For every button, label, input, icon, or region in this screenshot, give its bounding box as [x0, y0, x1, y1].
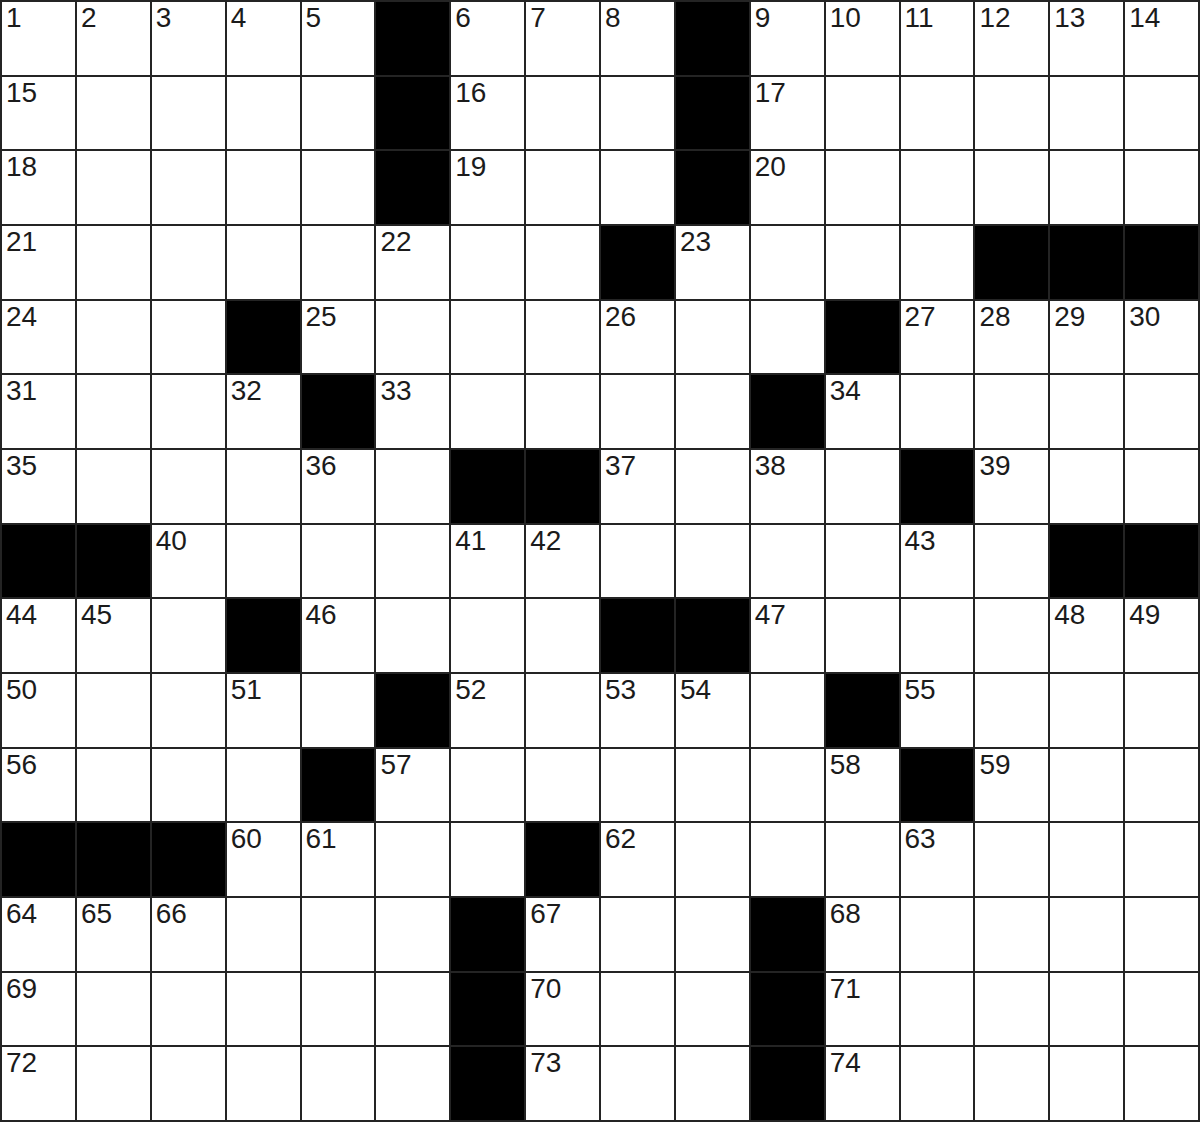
cell-r3c13[interactable]	[901, 151, 974, 224]
cell-r10c15[interactable]	[1050, 674, 1123, 747]
block-cell-r13c11	[751, 898, 824, 971]
clue-number-65: 65	[81, 898, 112, 929]
cell-r9c8[interactable]	[526, 599, 599, 672]
clue-number-28: 28	[979, 301, 1010, 332]
cell-r5c1[interactable]: 24	[2, 301, 75, 374]
cell-r15c9[interactable]	[601, 1047, 674, 1120]
cell-r8c13[interactable]: 43	[901, 525, 974, 598]
cell-r14c1[interactable]: 69	[2, 973, 75, 1046]
cell-r5c16[interactable]: 30	[1125, 301, 1198, 374]
cell-r10c9[interactable]: 53	[601, 674, 674, 747]
clue-number-55: 55	[905, 674, 936, 705]
cell-r14c13[interactable]	[901, 973, 974, 1046]
clue-number-3: 3	[156, 2, 172, 33]
cell-r1c16[interactable]: 14	[1125, 2, 1198, 75]
clue-number-37: 37	[605, 450, 636, 481]
cell-r4c10[interactable]: 23	[676, 226, 749, 299]
block-cell-r7c8	[526, 450, 599, 523]
cell-r13c16[interactable]	[1125, 898, 1198, 971]
cell-r5c13[interactable]: 27	[901, 301, 974, 374]
clue-number-52: 52	[455, 674, 486, 705]
cell-r8c4[interactable]	[227, 525, 300, 598]
clue-number-15: 15	[6, 77, 37, 108]
cell-r13c15[interactable]	[1050, 898, 1123, 971]
clue-number-69: 69	[6, 973, 37, 1004]
clue-number-27: 27	[905, 301, 936, 332]
cell-r6c14[interactable]	[975, 375, 1048, 448]
clue-number-30: 30	[1129, 301, 1160, 332]
clue-number-31: 31	[6, 375, 37, 406]
cell-r13c5[interactable]	[302, 898, 375, 971]
cell-r3c15[interactable]	[1050, 151, 1123, 224]
clue-number-56: 56	[6, 749, 37, 780]
cell-r4c3[interactable]	[152, 226, 225, 299]
cell-r5c10[interactable]	[676, 301, 749, 374]
block-cell-r15c7	[451, 1047, 524, 1120]
cell-r3c9[interactable]	[601, 151, 674, 224]
cell-r14c10[interactable]	[676, 973, 749, 1046]
clue-number-38: 38	[755, 450, 786, 481]
cell-r1c7[interactable]: 6	[451, 2, 524, 75]
cell-r15c5[interactable]	[302, 1047, 375, 1120]
cell-r10c7[interactable]: 52	[451, 674, 524, 747]
cell-r11c15[interactable]	[1050, 749, 1123, 822]
block-cell-r2c10	[676, 77, 749, 150]
cell-r15c13[interactable]	[901, 1047, 974, 1120]
cell-r14c14[interactable]	[975, 973, 1048, 1046]
block-cell-r5c4	[227, 301, 300, 374]
block-cell-r8c2	[77, 525, 150, 598]
block-cell-r13c7	[451, 898, 524, 971]
cell-r1c8[interactable]: 7	[526, 2, 599, 75]
clue-number-58: 58	[830, 749, 861, 780]
cell-r1c11[interactable]: 9	[751, 2, 824, 75]
cell-r9c1[interactable]: 44	[2, 599, 75, 672]
clue-number-60: 60	[231, 823, 262, 854]
cell-r8c9[interactable]	[601, 525, 674, 598]
block-cell-r7c13	[901, 450, 974, 523]
cell-r13c10[interactable]	[676, 898, 749, 971]
cell-r12c14[interactable]	[975, 823, 1048, 896]
cell-r8c3[interactable]: 40	[152, 525, 225, 598]
cell-r4c8[interactable]	[526, 226, 599, 299]
cell-r2c14[interactable]	[975, 77, 1048, 150]
cell-r2c11[interactable]: 17	[751, 77, 824, 150]
cell-r3c5[interactable]	[302, 151, 375, 224]
cell-r8c7[interactable]: 41	[451, 525, 524, 598]
cell-r7c15[interactable]	[1050, 450, 1123, 523]
clue-number-35: 35	[6, 450, 37, 481]
cell-r15c3[interactable]	[152, 1047, 225, 1120]
cell-r12c13[interactable]: 63	[901, 823, 974, 896]
block-cell-r10c6	[376, 674, 449, 747]
cell-r14c5[interactable]	[302, 973, 375, 1046]
clue-number-7: 7	[530, 2, 546, 33]
clue-number-33: 33	[380, 375, 411, 406]
block-cell-r12c1	[2, 823, 75, 896]
cell-r13c1[interactable]: 64	[2, 898, 75, 971]
block-cell-r9c10	[676, 599, 749, 672]
cell-r4c5[interactable]	[302, 226, 375, 299]
cell-r6c8[interactable]	[526, 375, 599, 448]
cell-r2c2[interactable]	[77, 77, 150, 150]
cell-r1c14[interactable]: 12	[975, 2, 1048, 75]
clue-number-19: 19	[455, 151, 486, 182]
cell-r8c8[interactable]: 42	[526, 525, 599, 598]
clue-number-73: 73	[530, 1047, 561, 1078]
clue-number-17: 17	[755, 77, 786, 108]
cell-r15c4[interactable]	[227, 1047, 300, 1120]
cell-r5c8[interactable]	[526, 301, 599, 374]
cell-r14c12[interactable]: 71	[826, 973, 899, 1046]
cell-r2c4[interactable]	[227, 77, 300, 150]
cell-r8c5[interactable]	[302, 525, 375, 598]
cell-r8c12[interactable]	[826, 525, 899, 598]
cell-r13c13[interactable]	[901, 898, 974, 971]
cell-r1c4[interactable]: 4	[227, 2, 300, 75]
clue-number-43: 43	[905, 525, 936, 556]
clue-number-70: 70	[530, 973, 561, 1004]
cell-r6c10[interactable]	[676, 375, 749, 448]
cell-r7c4[interactable]	[227, 450, 300, 523]
cell-r1c3[interactable]: 3	[152, 2, 225, 75]
cell-r6c12[interactable]: 34	[826, 375, 899, 448]
cell-r2c9[interactable]	[601, 77, 674, 150]
cell-r11c16[interactable]	[1125, 749, 1198, 822]
cell-r11c9[interactable]	[601, 749, 674, 822]
cell-r14c9[interactable]	[601, 973, 674, 1046]
clue-number-57: 57	[380, 749, 411, 780]
cell-r2c16[interactable]	[1125, 77, 1198, 150]
cell-r12c15[interactable]	[1050, 823, 1123, 896]
clue-number-36: 36	[306, 450, 337, 481]
clue-number-11: 11	[905, 2, 934, 33]
cell-r13c14[interactable]	[975, 898, 1048, 971]
cell-r15c10[interactable]	[676, 1047, 749, 1120]
cell-r9c15[interactable]: 48	[1050, 599, 1123, 672]
cell-r14c6[interactable]	[376, 973, 449, 1046]
cell-r14c4[interactable]	[227, 973, 300, 1046]
cell-r1c5[interactable]: 5	[302, 2, 375, 75]
block-cell-r12c2	[77, 823, 150, 896]
block-cell-r11c13	[901, 749, 974, 822]
cell-r11c6[interactable]: 57	[376, 749, 449, 822]
cell-r9c6[interactable]	[376, 599, 449, 672]
cell-r6c6[interactable]: 33	[376, 375, 449, 448]
cell-r6c16[interactable]	[1125, 375, 1198, 448]
clue-number-74: 74	[830, 1047, 861, 1078]
cell-r10c8[interactable]	[526, 674, 599, 747]
cell-r9c12[interactable]	[826, 599, 899, 672]
cell-r3c2[interactable]	[77, 151, 150, 224]
clue-number-26: 26	[605, 301, 636, 332]
cell-r3c3[interactable]	[152, 151, 225, 224]
cell-r10c16[interactable]	[1125, 674, 1198, 747]
cell-r1c9[interactable]: 8	[601, 2, 674, 75]
clue-number-66: 66	[156, 898, 187, 929]
clue-number-62: 62	[605, 823, 636, 854]
cell-r5c6[interactable]	[376, 301, 449, 374]
clue-number-8: 8	[605, 2, 621, 33]
cell-r14c3[interactable]	[152, 973, 225, 1046]
cell-r5c2[interactable]	[77, 301, 150, 374]
block-cell-r6c11	[751, 375, 824, 448]
cell-r4c2[interactable]	[77, 226, 150, 299]
clue-number-23: 23	[680, 226, 711, 257]
block-cell-r8c15	[1050, 525, 1123, 598]
clue-number-10: 10	[830, 2, 861, 33]
cell-r12c12[interactable]	[826, 823, 899, 896]
clue-number-25: 25	[306, 301, 337, 332]
cell-r3c1[interactable]: 18	[2, 151, 75, 224]
cell-r11c7[interactable]	[451, 749, 524, 822]
cell-r11c11[interactable]	[751, 749, 824, 822]
cell-r3c16[interactable]	[1125, 151, 1198, 224]
clue-number-41: 41	[455, 525, 486, 556]
clue-number-18: 18	[6, 151, 37, 182]
clue-number-2: 2	[81, 2, 97, 33]
clue-number-45: 45	[81, 599, 112, 630]
crossword-board: 1234567891011121314151617181920212223242…	[0, 0, 1200, 1122]
cell-r3c4[interactable]	[227, 151, 300, 224]
cell-r10c4[interactable]: 51	[227, 674, 300, 747]
cell-r8c11[interactable]	[751, 525, 824, 598]
cell-r14c2[interactable]	[77, 973, 150, 1046]
cell-r6c3[interactable]	[152, 375, 225, 448]
cell-r11c2[interactable]	[77, 749, 150, 822]
cell-r15c16[interactable]	[1125, 1047, 1198, 1120]
clue-number-47: 47	[755, 599, 786, 630]
cell-r10c3[interactable]	[152, 674, 225, 747]
cell-r12c16[interactable]	[1125, 823, 1198, 896]
cell-r11c4[interactable]	[227, 749, 300, 822]
clue-number-51: 51	[231, 674, 262, 705]
cell-r15c12[interactable]: 74	[826, 1047, 899, 1120]
cell-r10c2[interactable]	[77, 674, 150, 747]
cell-r1c1[interactable]: 1	[2, 2, 75, 75]
cell-r13c4[interactable]	[227, 898, 300, 971]
clue-number-6: 6	[455, 2, 471, 33]
cell-r2c12[interactable]	[826, 77, 899, 150]
block-cell-r8c16	[1125, 525, 1198, 598]
cell-r7c2[interactable]	[77, 450, 150, 523]
cell-r13c6[interactable]	[376, 898, 449, 971]
clue-number-39: 39	[979, 450, 1010, 481]
cell-r2c8[interactable]	[526, 77, 599, 150]
cell-r4c11[interactable]	[751, 226, 824, 299]
clue-number-67: 67	[530, 898, 561, 929]
clue-number-4: 4	[231, 2, 247, 33]
cell-r3c8[interactable]	[526, 151, 599, 224]
cell-r4c1[interactable]: 21	[2, 226, 75, 299]
clue-number-13: 13	[1054, 2, 1085, 33]
clue-number-29: 29	[1054, 301, 1085, 332]
cell-r3c12[interactable]	[826, 151, 899, 224]
cell-r12c6[interactable]	[376, 823, 449, 896]
clue-number-59: 59	[979, 749, 1010, 780]
cell-r2c1[interactable]: 15	[2, 77, 75, 150]
cell-r14c8[interactable]: 70	[526, 973, 599, 1046]
cell-r5c5[interactable]: 25	[302, 301, 375, 374]
crossword-puzzle: 1234567891011121314151617181920212223242…	[0, 0, 1200, 1122]
cell-r2c7[interactable]: 16	[451, 77, 524, 150]
clue-number-9: 9	[755, 2, 771, 33]
cell-r12c5[interactable]: 61	[302, 823, 375, 896]
cell-r2c15[interactable]	[1050, 77, 1123, 150]
cell-r5c7[interactable]	[451, 301, 524, 374]
cell-r15c1[interactable]: 72	[2, 1047, 75, 1120]
block-cell-r12c8	[526, 823, 599, 896]
block-cell-r10c12	[826, 674, 899, 747]
cell-r12c7[interactable]	[451, 823, 524, 896]
cell-r9c7[interactable]	[451, 599, 524, 672]
cell-r2c5[interactable]	[302, 77, 375, 150]
cell-r14c16[interactable]	[1125, 973, 1198, 1046]
cell-r9c11[interactable]: 47	[751, 599, 824, 672]
block-cell-r2c6	[376, 77, 449, 150]
cell-r12c9[interactable]: 62	[601, 823, 674, 896]
clue-number-20: 20	[755, 151, 786, 182]
cell-r7c16[interactable]	[1125, 450, 1198, 523]
cell-r4c12[interactable]	[826, 226, 899, 299]
clue-number-44: 44	[6, 599, 37, 630]
block-cell-r4c15	[1050, 226, 1123, 299]
cell-r2c3[interactable]	[152, 77, 225, 150]
cell-r7c10[interactable]	[676, 450, 749, 523]
clue-number-68: 68	[830, 898, 861, 929]
cell-r6c9[interactable]	[601, 375, 674, 448]
cell-r5c14[interactable]: 28	[975, 301, 1048, 374]
block-cell-r11c5	[302, 749, 375, 822]
cell-r10c5[interactable]	[302, 674, 375, 747]
clue-number-22: 22	[380, 226, 411, 257]
cell-r15c14[interactable]	[975, 1047, 1048, 1120]
cell-r3c11[interactable]: 20	[751, 151, 824, 224]
cell-r8c6[interactable]	[376, 525, 449, 598]
cell-r15c15[interactable]	[1050, 1047, 1123, 1120]
cell-r5c9[interactable]: 26	[601, 301, 674, 374]
block-cell-r4c9	[601, 226, 674, 299]
clue-number-42: 42	[530, 525, 561, 556]
cell-r7c9[interactable]: 37	[601, 450, 674, 523]
cell-r1c15[interactable]: 13	[1050, 2, 1123, 75]
cell-r4c4[interactable]	[227, 226, 300, 299]
cell-r4c13[interactable]	[901, 226, 974, 299]
cell-r6c2[interactable]	[77, 375, 150, 448]
cell-r10c1[interactable]: 50	[2, 674, 75, 747]
cell-r4c6[interactable]: 22	[376, 226, 449, 299]
block-cell-r9c4	[227, 599, 300, 672]
block-cell-r15c11	[751, 1047, 824, 1120]
block-cell-r4c14	[975, 226, 1048, 299]
block-cell-r12c3	[152, 823, 225, 896]
cell-r10c13[interactable]: 55	[901, 674, 974, 747]
cell-r3c7[interactable]: 19	[451, 151, 524, 224]
block-cell-r14c7	[451, 973, 524, 1046]
cell-r7c1[interactable]: 35	[2, 450, 75, 523]
cell-r8c10[interactable]	[676, 525, 749, 598]
clue-number-48: 48	[1054, 599, 1085, 630]
cell-r10c14[interactable]	[975, 674, 1048, 747]
cell-r11c3[interactable]	[152, 749, 225, 822]
cell-r9c14[interactable]	[975, 599, 1048, 672]
cell-r15c2[interactable]	[77, 1047, 150, 1120]
cell-r13c3[interactable]: 66	[152, 898, 225, 971]
cell-r6c15[interactable]	[1050, 375, 1123, 448]
cell-r10c10[interactable]: 54	[676, 674, 749, 747]
cell-r9c16[interactable]: 49	[1125, 599, 1198, 672]
cell-r2c13[interactable]	[901, 77, 974, 150]
cell-r9c13[interactable]	[901, 599, 974, 672]
clue-number-46: 46	[306, 599, 337, 630]
cell-r11c1[interactable]: 56	[2, 749, 75, 822]
clue-number-71: 71	[830, 973, 861, 1004]
cell-r7c11[interactable]: 38	[751, 450, 824, 523]
cell-r5c11[interactable]	[751, 301, 824, 374]
cell-r10c11[interactable]	[751, 674, 824, 747]
cell-r5c15[interactable]: 29	[1050, 301, 1123, 374]
cell-r3c14[interactable]	[975, 151, 1048, 224]
cell-r7c12[interactable]	[826, 450, 899, 523]
cell-r12c10[interactable]	[676, 823, 749, 896]
cell-r9c3[interactable]	[152, 599, 225, 672]
cell-r9c2[interactable]: 45	[77, 599, 150, 672]
clue-number-16: 16	[455, 77, 486, 108]
clue-number-24: 24	[6, 301, 37, 332]
cell-r9c5[interactable]: 46	[302, 599, 375, 672]
clue-number-63: 63	[905, 823, 936, 854]
cell-r12c4[interactable]: 60	[227, 823, 300, 896]
cell-r1c12[interactable]: 10	[826, 2, 899, 75]
cell-r11c12[interactable]: 58	[826, 749, 899, 822]
cell-r4c7[interactable]	[451, 226, 524, 299]
cell-r6c13[interactable]	[901, 375, 974, 448]
cell-r14c15[interactable]	[1050, 973, 1123, 1046]
cell-r7c14[interactable]: 39	[975, 450, 1048, 523]
cell-r1c2[interactable]: 2	[77, 2, 150, 75]
cell-r13c2[interactable]: 65	[77, 898, 150, 971]
cell-r5c3[interactable]	[152, 301, 225, 374]
cell-r13c12[interactable]: 68	[826, 898, 899, 971]
clue-number-49: 49	[1129, 599, 1160, 630]
cell-r7c3[interactable]	[152, 450, 225, 523]
cell-r13c8[interactable]: 67	[526, 898, 599, 971]
cell-r13c9[interactable]	[601, 898, 674, 971]
cell-r6c4[interactable]: 32	[227, 375, 300, 448]
cell-r11c8[interactable]	[526, 749, 599, 822]
cell-r12c11[interactable]	[751, 823, 824, 896]
clue-number-14: 14	[1129, 2, 1160, 33]
clue-number-54: 54	[680, 674, 711, 705]
block-cell-r5c12	[826, 301, 899, 374]
cell-r15c6[interactable]	[376, 1047, 449, 1120]
block-cell-r1c10	[676, 2, 749, 75]
cell-r6c7[interactable]	[451, 375, 524, 448]
cell-r11c10[interactable]	[676, 749, 749, 822]
cell-r7c6[interactable]	[376, 450, 449, 523]
cell-r7c5[interactable]: 36	[302, 450, 375, 523]
clue-number-64: 64	[6, 898, 37, 929]
cell-r8c14[interactable]	[975, 525, 1048, 598]
clue-number-21: 21	[6, 226, 37, 257]
block-cell-r8c1	[2, 525, 75, 598]
cell-r1c13[interactable]: 11	[901, 2, 974, 75]
cell-r11c14[interactable]: 59	[975, 749, 1048, 822]
block-cell-r7c7	[451, 450, 524, 523]
cell-r6c1[interactable]: 31	[2, 375, 75, 448]
block-cell-r4c16	[1125, 226, 1198, 299]
cell-r15c8[interactable]: 73	[526, 1047, 599, 1120]
